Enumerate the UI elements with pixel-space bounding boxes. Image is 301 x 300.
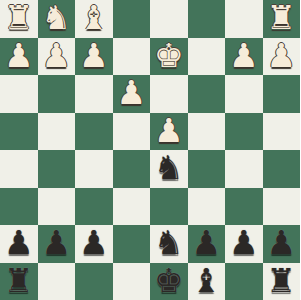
square-a5[interactable]: [263, 150, 301, 188]
square-e2[interactable]: [113, 38, 151, 76]
white-pawn-f2[interactable]: ♟: [79, 37, 109, 75]
square-h5[interactable]: [0, 150, 38, 188]
black-pawn-c7[interactable]: ♟: [191, 224, 221, 262]
white-pawn-a2[interactable]: ♟: [266, 37, 296, 75]
square-c6[interactable]: [188, 188, 226, 226]
square-c8[interactable]: ♝: [188, 263, 226, 300]
square-e7[interactable]: [113, 225, 151, 263]
square-h4[interactable]: [0, 113, 38, 151]
white-pawn-g2[interactable]: ♟: [41, 37, 71, 75]
square-f3[interactable]: [75, 75, 113, 113]
square-b1[interactable]: [225, 0, 263, 38]
white-knight-g1[interactable]: ♞: [41, 0, 71, 37]
square-g3[interactable]: [38, 75, 76, 113]
white-pawn-b2[interactable]: ♟: [229, 37, 259, 75]
square-f5[interactable]: [75, 150, 113, 188]
square-d8[interactable]: ♚: [150, 263, 188, 300]
square-c3[interactable]: [188, 75, 226, 113]
black-rook-h8[interactable]: ♜: [4, 262, 34, 300]
square-g6[interactable]: [38, 188, 76, 226]
square-h7[interactable]: ♟: [0, 225, 38, 263]
black-king-d8[interactable]: ♚: [154, 262, 184, 300]
square-f6[interactable]: [75, 188, 113, 226]
black-pawn-h7[interactable]: ♟: [4, 224, 34, 262]
black-bishop-c8[interactable]: ♝: [191, 262, 221, 300]
black-pawn-g7[interactable]: ♟: [41, 224, 71, 262]
white-bishop-f1[interactable]: ♝: [79, 0, 109, 37]
square-a6[interactable]: [263, 188, 301, 226]
square-f8[interactable]: [75, 263, 113, 300]
square-g5[interactable]: [38, 150, 76, 188]
square-f1[interactable]: ♝: [75, 0, 113, 38]
square-e6[interactable]: [113, 188, 151, 226]
black-pawn-a7[interactable]: ♟: [266, 224, 296, 262]
square-h2[interactable]: ♟: [0, 38, 38, 76]
square-a2[interactable]: ♟: [263, 38, 301, 76]
square-c7[interactable]: ♟: [188, 225, 226, 263]
square-g4[interactable]: [38, 113, 76, 151]
square-e5[interactable]: [113, 150, 151, 188]
square-g2[interactable]: ♟: [38, 38, 76, 76]
square-g8[interactable]: [38, 263, 76, 300]
square-b5[interactable]: [225, 150, 263, 188]
square-e8[interactable]: [113, 263, 151, 300]
square-h6[interactable]: [0, 188, 38, 226]
square-d6[interactable]: [150, 188, 188, 226]
square-f7[interactable]: ♟: [75, 225, 113, 263]
white-rook-h1[interactable]: ♜: [4, 0, 34, 37]
black-pawn-f7[interactable]: ♟: [79, 224, 109, 262]
square-a7[interactable]: ♟: [263, 225, 301, 263]
square-d2[interactable]: ♚: [150, 38, 188, 76]
chess-board: ♜♞♝♜♟♟♟♚♟♟♟♟♞♟♟♟♞♟♟♟♜♚♝♜: [0, 0, 300, 300]
square-b2[interactable]: ♟: [225, 38, 263, 76]
square-d3[interactable]: [150, 75, 188, 113]
square-h3[interactable]: [0, 75, 38, 113]
square-e1[interactable]: [113, 0, 151, 38]
square-a3[interactable]: [263, 75, 301, 113]
square-e4[interactable]: [113, 113, 151, 151]
square-c4[interactable]: [188, 113, 226, 151]
square-b6[interactable]: [225, 188, 263, 226]
square-a4[interactable]: [263, 113, 301, 151]
white-pawn-h2[interactable]: ♟: [4, 37, 34, 75]
black-knight-d5[interactable]: ♞: [154, 149, 184, 187]
chess-board-window: ♜♞♝♜♟♟♟♚♟♟♟♟♞♟♟♟♞♟♟♟♜♚♝♜: [0, 0, 300, 300]
square-b3[interactable]: [225, 75, 263, 113]
black-knight-d7[interactable]: ♞: [154, 224, 184, 262]
square-b7[interactable]: ♟: [225, 225, 263, 263]
square-f4[interactable]: [75, 113, 113, 151]
white-pawn-e3[interactable]: ♟: [116, 74, 146, 112]
square-c1[interactable]: [188, 0, 226, 38]
white-rook-a1[interactable]: ♜: [266, 0, 296, 37]
square-h1[interactable]: ♜: [0, 0, 38, 38]
black-pawn-b7[interactable]: ♟: [229, 224, 259, 262]
square-a1[interactable]: ♜: [263, 0, 301, 38]
square-a8[interactable]: ♜: [263, 263, 301, 300]
square-c2[interactable]: [188, 38, 226, 76]
white-king-d2[interactable]: ♚: [154, 37, 184, 75]
square-b8[interactable]: [225, 263, 263, 300]
white-pawn-d4[interactable]: ♟: [154, 112, 184, 150]
square-c5[interactable]: [188, 150, 226, 188]
square-d5[interactable]: ♞: [150, 150, 188, 188]
square-d1[interactable]: [150, 0, 188, 38]
square-f2[interactable]: ♟: [75, 38, 113, 76]
square-h8[interactable]: ♜: [0, 263, 38, 300]
square-b4[interactable]: [225, 113, 263, 151]
square-g1[interactable]: ♞: [38, 0, 76, 38]
square-d7[interactable]: ♞: [150, 225, 188, 263]
square-g7[interactable]: ♟: [38, 225, 76, 263]
black-rook-a8[interactable]: ♜: [266, 262, 296, 300]
square-d4[interactable]: ♟: [150, 113, 188, 151]
square-e3[interactable]: ♟: [113, 75, 151, 113]
